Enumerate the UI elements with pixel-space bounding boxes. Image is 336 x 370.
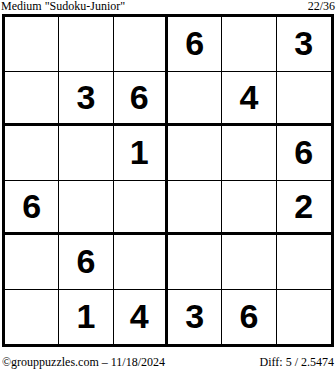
cell-r1c3[interactable] [114,17,168,72]
cell-r1c6[interactable]: 3 [277,17,331,72]
cell-r3c1[interactable] [5,126,59,181]
puzzle-page: Medium "Sudoku-Junior" 22/36 63364166261… [0,0,336,370]
cell-r6c3[interactable]: 4 [114,290,168,345]
cell-r6c4[interactable]: 3 [168,290,222,345]
cell-r3c5[interactable] [222,126,276,181]
cell-r5c3[interactable] [114,235,168,290]
cell-r4c3[interactable] [114,181,168,236]
remaining-counter: 22/36 [308,0,335,13]
cell-r2c6[interactable] [277,72,331,127]
cell-r5c5[interactable] [222,235,276,290]
difficulty-text: Diff: 5 / 2.5474 [260,355,334,369]
cell-r1c5[interactable] [222,17,276,72]
cell-r4c2[interactable] [59,181,113,236]
cell-r4c1[interactable]: 6 [5,181,59,236]
cell-r3c4[interactable] [168,126,222,181]
cell-r1c1[interactable] [5,17,59,72]
board: 63364166261436 [2,14,334,347]
cell-r5c6[interactable] [277,235,331,290]
cell-r6c5[interactable]: 6 [222,290,276,345]
cell-r5c2[interactable]: 6 [59,235,113,290]
cell-r2c5[interactable]: 4 [222,72,276,127]
header: Medium "Sudoku-Junior" 22/36 [1,0,335,14]
cell-r6c2[interactable]: 1 [59,290,113,345]
cell-r1c4[interactable]: 6 [168,17,222,72]
cell-r3c2[interactable] [59,126,113,181]
cell-r2c4[interactable] [168,72,222,127]
cell-r2c3[interactable]: 6 [114,72,168,127]
cell-r6c1[interactable] [5,290,59,345]
cell-r5c4[interactable] [168,235,222,290]
cell-r3c6[interactable]: 6 [277,126,331,181]
page-title: Medium "Sudoku-Junior" [1,0,125,13]
cell-r1c2[interactable] [59,17,113,72]
copyright-text: ©grouppuzzles.com – 11/18/2024 [2,355,165,369]
cell-r3c3[interactable]: 1 [114,126,168,181]
cell-r2c2[interactable]: 3 [59,72,113,127]
cell-r4c4[interactable] [168,181,222,236]
cell-r6c6[interactable] [277,290,331,345]
cell-r4c5[interactable] [222,181,276,236]
footer: ©grouppuzzles.com – 11/18/2024 Diff: 5 /… [2,353,334,369]
cell-r4c6[interactable]: 2 [277,181,331,236]
cell-r5c1[interactable] [5,235,59,290]
cell-r2c1[interactable] [5,72,59,127]
